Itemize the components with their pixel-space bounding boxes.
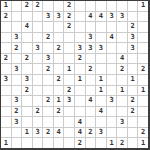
cell-r10c10[interactable] bbox=[107, 107, 117, 117]
cell-r10c0[interactable] bbox=[1, 107, 11, 117]
cell-r7c12: 1 bbox=[128, 75, 138, 85]
cell-r5c2: 2 bbox=[22, 54, 32, 64]
cell-r11c0[interactable] bbox=[1, 117, 11, 127]
cell-r4c4[interactable] bbox=[43, 43, 53, 53]
cell-r3c2[interactable] bbox=[22, 33, 32, 43]
cell-r2c11[interactable] bbox=[117, 22, 127, 32]
cell-r2c7[interactable] bbox=[75, 22, 85, 32]
cell-r2c10[interactable] bbox=[107, 22, 117, 32]
cell-r2c2: 4 bbox=[22, 22, 32, 32]
cell-r7c13[interactable] bbox=[138, 75, 148, 85]
cell-r7c9: 1 bbox=[96, 75, 106, 85]
cell-r13c12[interactable] bbox=[128, 138, 138, 148]
cell-r10c5: 2 bbox=[54, 107, 64, 117]
cell-r2c8[interactable] bbox=[86, 22, 96, 32]
cell-r9c5: 1 bbox=[54, 96, 64, 106]
cell-r10c7[interactable] bbox=[75, 107, 85, 117]
cell-r7c1[interactable] bbox=[12, 75, 22, 85]
cell-r2c12: 2 bbox=[128, 22, 138, 32]
cell-r11c12[interactable] bbox=[128, 117, 138, 127]
cell-r2c9[interactable] bbox=[96, 22, 106, 32]
cell-r5c11: 4 bbox=[117, 54, 127, 64]
cell-r11c2[interactable] bbox=[22, 117, 32, 127]
cell-r11c8[interactable] bbox=[86, 117, 96, 127]
cell-r1c7[interactable] bbox=[75, 12, 85, 22]
cell-r2c13[interactable] bbox=[138, 22, 148, 32]
cell-r8c4[interactable] bbox=[43, 86, 53, 96]
cell-r6c2[interactable] bbox=[22, 64, 32, 74]
cell-r9c7[interactable] bbox=[75, 96, 85, 106]
cell-r3c11[interactable] bbox=[117, 33, 127, 43]
cell-r4c6[interactable] bbox=[64, 43, 74, 53]
cell-r13c10: 1 bbox=[107, 138, 117, 148]
cell-r7c8[interactable] bbox=[86, 75, 96, 85]
cell-r7c11[interactable] bbox=[117, 75, 127, 85]
cell-r12c12[interactable] bbox=[128, 128, 138, 138]
cell-r8c2: 2 bbox=[22, 86, 32, 96]
cell-r1c3[interactable] bbox=[33, 12, 43, 22]
cell-r6c9[interactable] bbox=[96, 64, 106, 74]
cell-r13c6[interactable] bbox=[64, 138, 74, 148]
cell-r12c4: 2 bbox=[43, 128, 53, 138]
cell-r0c6: 2 bbox=[64, 1, 74, 11]
minesweeper-board: 1222123324433422323432323333223243212223… bbox=[0, 0, 150, 150]
cell-r11c11: 3 bbox=[117, 117, 127, 127]
cell-r11c13[interactable] bbox=[138, 117, 148, 127]
cell-r9c13[interactable] bbox=[138, 96, 148, 106]
cell-r12c1[interactable] bbox=[12, 128, 22, 138]
cell-r3c6[interactable] bbox=[64, 33, 74, 43]
cell-r3c10: 4 bbox=[107, 33, 117, 43]
cell-r11c9[interactable] bbox=[96, 117, 106, 127]
cell-r5c9[interactable] bbox=[96, 54, 106, 64]
cell-r10c11[interactable] bbox=[117, 107, 127, 117]
cell-r6c10[interactable] bbox=[107, 64, 117, 74]
cell-r12c10[interactable] bbox=[107, 128, 117, 138]
cell-r12c7: 4 bbox=[75, 128, 85, 138]
cell-r5c1[interactable] bbox=[12, 54, 22, 64]
cell-r13c0: 1 bbox=[1, 138, 11, 148]
cell-r3c9[interactable] bbox=[96, 33, 106, 43]
cell-r9c10: 3 bbox=[107, 96, 117, 106]
cell-r1c11: 3 bbox=[117, 12, 127, 22]
cell-r3c4: 2 bbox=[43, 33, 53, 43]
cell-r2c0[interactable] bbox=[1, 22, 11, 32]
cell-r12c5: 4 bbox=[54, 128, 64, 138]
cell-r6c13: 2 bbox=[138, 64, 148, 74]
cell-r11c5[interactable] bbox=[54, 117, 64, 127]
cell-r11c6[interactable] bbox=[64, 117, 74, 127]
cell-r6c11: 2 bbox=[117, 64, 127, 74]
cell-r2c6: 2 bbox=[64, 22, 74, 32]
cell-r8c1[interactable] bbox=[12, 86, 22, 96]
cell-r3c13[interactable] bbox=[138, 33, 148, 43]
cell-r13c1[interactable] bbox=[12, 138, 22, 148]
cell-r5c13[interactable] bbox=[138, 54, 148, 64]
cell-r3c5[interactable] bbox=[54, 33, 64, 43]
cell-r0c1[interactable] bbox=[12, 1, 22, 11]
cell-r13c4[interactable] bbox=[43, 138, 53, 148]
cell-r0c0: 1 bbox=[1, 1, 11, 11]
cell-r7c3[interactable] bbox=[33, 75, 43, 85]
cell-r8c7[interactable] bbox=[75, 86, 85, 96]
cell-r2c5[interactable] bbox=[54, 22, 64, 32]
cell-r12c9: 3 bbox=[96, 128, 106, 138]
cell-r4c13[interactable] bbox=[138, 43, 148, 53]
cell-r9c0[interactable] bbox=[1, 96, 11, 106]
cell-r4c7: 3 bbox=[75, 43, 85, 53]
cell-r13c3[interactable] bbox=[33, 138, 43, 148]
cell-r1c9: 4 bbox=[96, 12, 106, 22]
cell-r10c4[interactable] bbox=[43, 107, 53, 117]
cell-r5c5[interactable] bbox=[54, 54, 64, 64]
cell-r0c9[interactable] bbox=[96, 1, 106, 11]
cell-r3c8: 3 bbox=[86, 33, 96, 43]
cell-r11c4[interactable] bbox=[43, 117, 53, 127]
cell-r4c0[interactable] bbox=[1, 43, 11, 53]
cell-r0c4[interactable] bbox=[43, 1, 53, 11]
cell-r0c13: 1 bbox=[138, 1, 148, 11]
cell-r8c3[interactable] bbox=[33, 86, 43, 96]
cell-r1c6: 2 bbox=[64, 12, 74, 22]
cell-r6c3[interactable] bbox=[33, 64, 43, 74]
cell-r4c3: 3 bbox=[33, 43, 43, 53]
cell-r6c12[interactable] bbox=[128, 64, 138, 74]
cell-r6c0[interactable] bbox=[1, 64, 11, 74]
cell-r3c1: 3 bbox=[12, 33, 22, 43]
cell-r1c5: 3 bbox=[54, 12, 64, 22]
cell-r12c0[interactable] bbox=[1, 128, 11, 138]
cell-r7c4[interactable] bbox=[43, 75, 53, 85]
cell-r11c1: 3 bbox=[12, 117, 22, 127]
cell-r12c3: 3 bbox=[33, 128, 43, 138]
cell-r10c12: 2 bbox=[128, 107, 138, 117]
cell-r5c3[interactable] bbox=[33, 54, 43, 64]
cell-r2c1[interactable] bbox=[12, 22, 22, 32]
cell-r9c3[interactable] bbox=[33, 96, 43, 106]
cell-r4c8: 3 bbox=[86, 43, 96, 53]
cell-r6c8: 2 bbox=[86, 64, 96, 74]
cell-r0c5[interactable] bbox=[54, 1, 64, 11]
cell-r0c12[interactable] bbox=[128, 1, 138, 11]
cell-r8c13: 1 bbox=[138, 86, 148, 96]
cell-r3c0[interactable] bbox=[1, 33, 11, 43]
cell-r4c9: 3 bbox=[96, 43, 106, 53]
cell-r13c8[interactable] bbox=[86, 138, 96, 148]
cell-r8c0[interactable] bbox=[1, 86, 11, 96]
cell-r11c3[interactable] bbox=[33, 117, 43, 127]
cell-r4c2[interactable] bbox=[22, 43, 32, 53]
cell-r5c0: 2 bbox=[1, 54, 11, 64]
cell-r0c7[interactable] bbox=[75, 1, 85, 11]
cell-r5c12[interactable] bbox=[128, 54, 138, 64]
cell-r3c3[interactable] bbox=[33, 33, 43, 43]
puzzle-page: 1222123324433422323432323333223243212223… bbox=[0, 0, 150, 150]
cell-r7c2: 3 bbox=[22, 75, 32, 85]
cell-r10c13[interactable] bbox=[138, 107, 148, 117]
cell-r12c2: 1 bbox=[22, 128, 32, 138]
cell-r5c7: 2 bbox=[75, 54, 85, 64]
cell-r11c7: 4 bbox=[75, 117, 85, 127]
cell-r6c7[interactable] bbox=[75, 64, 85, 74]
cell-r9c2[interactable] bbox=[22, 96, 32, 106]
cell-r5c10[interactable] bbox=[107, 54, 117, 64]
cell-r10c3: 2 bbox=[33, 107, 43, 117]
cell-r10c9: 4 bbox=[96, 107, 106, 117]
cell-r1c8: 4 bbox=[86, 12, 96, 22]
cell-r1c12[interactable] bbox=[128, 12, 138, 22]
cell-r4c11[interactable] bbox=[117, 43, 127, 53]
cell-r8c9: 1 bbox=[96, 86, 106, 96]
cell-r5c6[interactable] bbox=[64, 54, 74, 64]
cell-r8c5[interactable] bbox=[54, 86, 64, 96]
cell-r12c11[interactable] bbox=[117, 128, 127, 138]
cell-r6c4: 2 bbox=[43, 64, 53, 74]
cell-r4c1: 2 bbox=[12, 43, 22, 53]
cell-r9c12: 2 bbox=[128, 96, 138, 106]
cell-r9c9[interactable] bbox=[96, 96, 106, 106]
cell-r13c2[interactable] bbox=[22, 138, 32, 148]
cell-r13c7: 2 bbox=[75, 138, 85, 148]
cell-r1c13[interactable] bbox=[138, 12, 148, 22]
cell-r6c6: 1 bbox=[64, 64, 74, 74]
cell-r3c7[interactable] bbox=[75, 33, 85, 43]
cell-r3c12: 3 bbox=[128, 33, 138, 43]
cell-r7c5: 2 bbox=[54, 75, 64, 85]
cell-r0c2: 2 bbox=[22, 1, 32, 11]
cell-r1c10: 3 bbox=[107, 12, 117, 22]
cell-r12c13: 2 bbox=[138, 128, 148, 138]
cell-r10c8[interactable] bbox=[86, 107, 96, 117]
cell-r13c5[interactable] bbox=[54, 138, 64, 148]
cell-r6c1: 3 bbox=[12, 64, 22, 74]
cell-r11c10[interactable] bbox=[107, 117, 117, 127]
cell-r1c4: 3 bbox=[43, 12, 53, 22]
cell-r0c8[interactable] bbox=[86, 1, 96, 11]
cell-r5c4: 3 bbox=[43, 54, 53, 64]
cell-r5c8[interactable] bbox=[86, 54, 96, 64]
cell-r8c8[interactable] bbox=[86, 86, 96, 96]
cell-r9c11[interactable] bbox=[117, 96, 127, 106]
cell-r10c1: 2 bbox=[12, 107, 22, 117]
cell-r12c8: 2 bbox=[86, 128, 96, 138]
cell-r1c1[interactable] bbox=[12, 12, 22, 22]
cell-r13c11: 2 bbox=[117, 138, 127, 148]
cell-r0c3: 2 bbox=[33, 1, 43, 11]
cell-r2c4[interactable] bbox=[43, 22, 53, 32]
cell-r7c10[interactable] bbox=[107, 75, 117, 85]
cell-r4c5: 2 bbox=[54, 43, 64, 53]
cell-r13c13: 1 bbox=[138, 138, 148, 148]
cell-r10c6[interactable] bbox=[64, 107, 74, 117]
cell-r7c6[interactable] bbox=[64, 75, 74, 85]
cell-r8c12[interactable] bbox=[128, 86, 138, 96]
cell-r13c9[interactable] bbox=[96, 138, 106, 148]
cell-r7c7: 1 bbox=[75, 75, 85, 85]
cell-r4c10[interactable] bbox=[107, 43, 117, 53]
cell-r6c5[interactable] bbox=[54, 64, 64, 74]
cell-r10c2[interactable] bbox=[22, 107, 32, 117]
cell-r9c6: 3 bbox=[64, 96, 74, 106]
cell-r12c6[interactable] bbox=[64, 128, 74, 138]
cell-r4c12: 3 bbox=[128, 43, 138, 53]
cell-r8c11: 1 bbox=[117, 86, 127, 96]
cell-r9c8: 4 bbox=[86, 96, 96, 106]
cell-r2c3[interactable] bbox=[33, 22, 43, 32]
cell-r1c2[interactable] bbox=[22, 12, 32, 22]
cell-r8c6: 2 bbox=[64, 86, 74, 96]
cell-r9c1: 3 bbox=[12, 96, 22, 106]
cell-r7c0: 3 bbox=[1, 75, 11, 85]
cell-r9c4: 2 bbox=[43, 96, 53, 106]
cell-r8c10[interactable] bbox=[107, 86, 117, 96]
cell-r0c10[interactable] bbox=[107, 1, 117, 11]
cell-r0c11[interactable] bbox=[117, 1, 127, 11]
cell-r1c0: 2 bbox=[1, 12, 11, 22]
